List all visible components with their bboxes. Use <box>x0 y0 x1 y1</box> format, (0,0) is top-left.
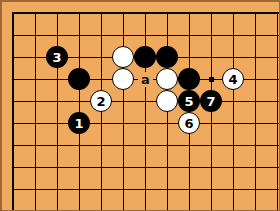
grid-line-vertical <box>145 12 146 210</box>
grid-line-vertical <box>255 12 256 210</box>
stone-white-4: 4 <box>222 68 244 90</box>
stone-white <box>112 68 134 90</box>
grid-line-vertical <box>12 12 14 210</box>
stone-white-6: 6 <box>178 112 200 134</box>
grid-line-vertical <box>277 12 278 210</box>
grid-line-vertical <box>57 12 58 210</box>
stone-black <box>178 68 200 90</box>
stone-black <box>134 46 156 68</box>
go-board: a3425716 <box>2 2 279 210</box>
stone-white <box>156 90 178 112</box>
stone-black-3: 3 <box>46 46 68 68</box>
stone-black <box>68 68 90 90</box>
grid-line-vertical <box>35 12 36 210</box>
stone-black-7: 7 <box>200 90 222 112</box>
stone-white-2: 2 <box>90 90 112 112</box>
stone-black-1: 1 <box>68 112 90 134</box>
go-diagram: a3425716 <box>0 0 280 211</box>
grid-line-vertical <box>233 12 234 210</box>
grid-line-vertical <box>79 12 80 210</box>
stone-black <box>156 46 178 68</box>
grid-line-vertical <box>123 12 124 210</box>
stone-white <box>112 46 134 68</box>
star-point-marker <box>209 77 214 82</box>
stone-white <box>156 68 178 90</box>
letter-point-a: a <box>138 72 153 87</box>
stone-black-5: 5 <box>178 90 200 112</box>
